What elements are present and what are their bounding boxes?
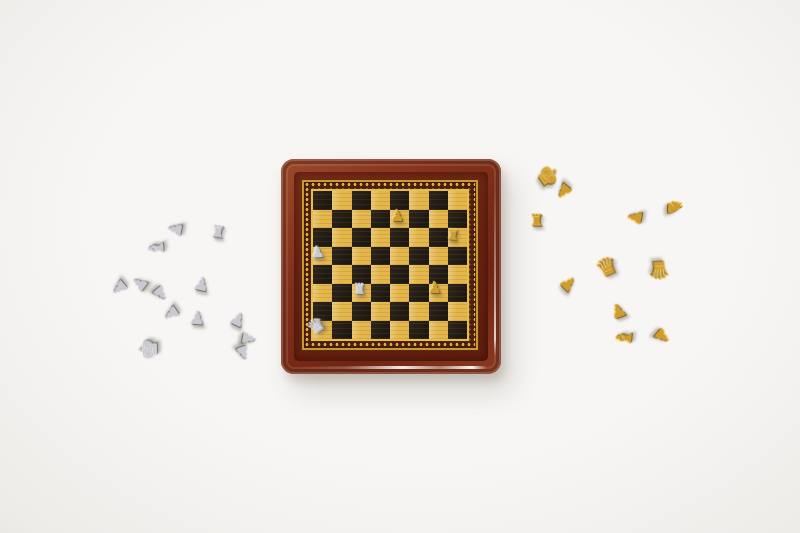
square-d1 [371, 321, 390, 340]
square-f2 [409, 302, 428, 321]
decorative-gold-border: ♟♜♟♜♟♛ [302, 180, 478, 350]
square-b1 [332, 321, 351, 340]
square-a8 [313, 191, 332, 210]
square-h5 [448, 247, 467, 266]
loose-piece-gold-pawn-4: ♟ [625, 208, 646, 227]
loose-piece-silver-pawn-6: ♟ [192, 274, 212, 295]
square-d6 [371, 228, 390, 247]
square-d7 [371, 210, 390, 229]
loose-piece-silver-pawn-4: ♟ [128, 272, 152, 296]
square-c6 [352, 228, 371, 247]
square-e5 [390, 247, 409, 266]
square-e3 [390, 284, 409, 303]
square-g7 [429, 210, 448, 229]
chess-grid: ♟♜♟♜♟♛ [311, 189, 469, 341]
loose-piece-gold-pawn-8: ♟ [608, 300, 629, 322]
piece-gold-rook-h6: ♜ [446, 227, 460, 242]
square-h4 [448, 265, 467, 284]
square-d3 [371, 284, 390, 303]
loose-piece-silver-rook-1: ♜ [210, 223, 226, 241]
square-h3 [448, 284, 467, 303]
board-surface: ♟♜♟♜♟♛ [294, 172, 488, 361]
square-c2 [352, 302, 371, 321]
square-c5 [352, 247, 371, 266]
square-c8 [352, 191, 371, 210]
square-c1 [352, 321, 371, 340]
square-d4 [371, 265, 390, 284]
square-g1 [429, 321, 448, 340]
square-a7 [313, 210, 332, 229]
square-f6 [409, 228, 428, 247]
square-e6 [390, 228, 409, 247]
square-b5 [332, 247, 351, 266]
loose-piece-silver-pawn-9: ♟ [227, 308, 249, 331]
square-b3 [332, 284, 351, 303]
frame-gloss-highlight-right [494, 189, 496, 356]
piece-silver-pawn-a5: ♟ [311, 245, 326, 261]
loose-piece-silver-pawn-8: ♟ [188, 308, 206, 327]
square-g5 [429, 247, 448, 266]
piece-gold-pawn-e7: ♟ [391, 209, 404, 224]
square-a4 [313, 265, 332, 284]
square-f8 [409, 191, 428, 210]
photo-scene: ♟♜♟♜♟♛ ♟♜♝♟♟♟♟♟♟♟♟♚♟♚♟♜♞♟♛♛♟♟♝♟ [0, 0, 800, 533]
loose-piece-silver-pawn-0: ♟ [165, 220, 186, 239]
loose-piece-gold-knight-3: ♞ [665, 198, 685, 216]
square-e4 [390, 265, 409, 284]
loose-piece-silver-bishop-2: ♝ [146, 238, 169, 259]
square-b2 [332, 302, 351, 321]
square-b8 [332, 191, 351, 210]
loose-piece-silver-king-11: ♚ [136, 338, 162, 361]
square-g8 [429, 191, 448, 210]
square-a3 [313, 284, 332, 303]
square-f4 [409, 265, 428, 284]
square-f3 [409, 284, 428, 303]
square-e1 [390, 321, 409, 340]
piece-gold-pawn-g3: ♟ [428, 281, 441, 296]
loose-piece-gold-queen-6: ♛ [592, 252, 622, 283]
loose-piece-gold-bishop-9: ♝ [614, 328, 637, 349]
square-h8 [448, 191, 467, 210]
square-d8 [371, 191, 390, 210]
loose-piece-gold-pawn-7: ♟ [556, 272, 580, 296]
square-f5 [409, 247, 428, 266]
square-f1 [409, 321, 428, 340]
square-d2 [371, 302, 390, 321]
square-b7 [332, 210, 351, 229]
loose-piece-silver-pawn-5: ♟ [149, 281, 173, 305]
piece-silver-rook-c3: ♜ [354, 282, 367, 296]
square-f7 [409, 210, 428, 229]
square-g6 [429, 228, 448, 247]
square-b6 [332, 228, 351, 247]
square-h2 [448, 302, 467, 321]
chess-board-frame: ♟♜♟♜♟♛ [281, 159, 501, 374]
loose-piece-gold-queen-5: ♛ [647, 257, 671, 283]
square-h1 [448, 321, 467, 340]
square-b4 [332, 265, 351, 284]
frame-gloss-highlight [299, 366, 487, 369]
square-e2 [390, 302, 409, 321]
square-d5 [371, 247, 390, 266]
square-g2 [429, 302, 448, 321]
square-h7 [448, 210, 467, 229]
loose-piece-gold-pawn-10: ♟ [650, 324, 674, 348]
square-c7 [352, 210, 371, 229]
loose-piece-gold-rook-2: ♜ [530, 213, 544, 229]
